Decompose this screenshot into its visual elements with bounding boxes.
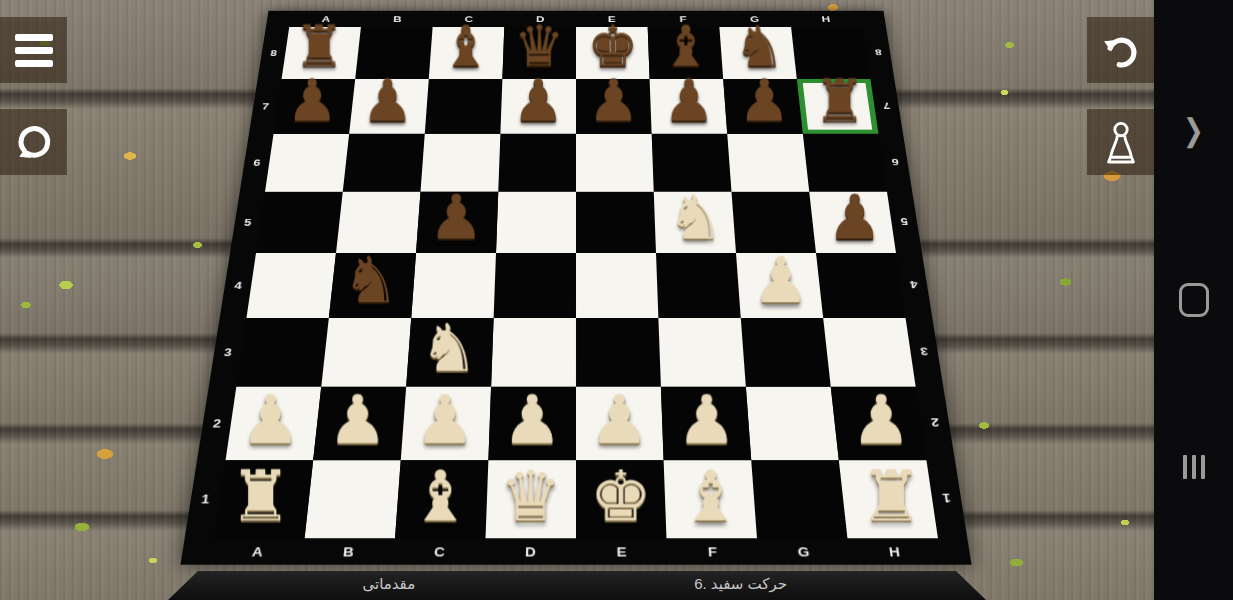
frame-corner: [180, 538, 214, 564]
square-d1[interactable]: ♛: [486, 460, 576, 538]
file-label: A: [210, 538, 304, 564]
square-h1[interactable]: ♜: [839, 460, 938, 538]
undo-button[interactable]: [1087, 17, 1154, 83]
square-d2[interactable]: ♟: [488, 387, 576, 460]
file-label: E: [576, 538, 667, 564]
black-pawn-d7: ♟: [512, 71, 564, 129]
undo-icon: [1099, 28, 1143, 72]
square-b5[interactable]: [336, 192, 421, 253]
white-king-e1: ♚: [590, 462, 653, 532]
square-g5[interactable]: [731, 192, 816, 253]
frame-corner: [860, 11, 886, 27]
black-pawn-g7: ♟: [738, 71, 790, 129]
home-icon[interactable]: [1154, 282, 1233, 318]
restart-icon: [12, 120, 56, 164]
square-e1[interactable]: ♚: [576, 460, 666, 538]
square-c3[interactable]: ♞: [406, 318, 493, 387]
square-f1[interactable]: ♝: [664, 460, 757, 538]
square-g6[interactable]: [727, 134, 809, 192]
square-d3[interactable]: [491, 318, 576, 387]
square-c1[interactable]: ♝: [395, 460, 488, 538]
black-pawn-e7: ♟: [587, 71, 639, 129]
square-b3[interactable]: [321, 318, 411, 387]
square-e2[interactable]: ♟: [576, 387, 664, 460]
frame-corner: [938, 538, 972, 564]
black-pawn-f7: ♟: [663, 71, 715, 129]
white-bishop-c1: ♝: [410, 462, 473, 532]
chess-board: ABCDEFGH8♜♝♛♚♝♞87♟♟♟♟♟♟♜7665♟♞♟54♞♟43♞32…: [180, 11, 971, 565]
square-g3[interactable]: [741, 318, 831, 387]
black-pawn-c5: ♟: [429, 187, 484, 249]
square-b6[interactable]: [343, 134, 425, 192]
player-button[interactable]: [1087, 109, 1154, 175]
white-pawn-a2: ♟: [240, 386, 301, 454]
square-c8[interactable]: ♝: [429, 27, 505, 79]
white-pawn-f2: ♟: [677, 386, 738, 454]
square-d7[interactable]: ♟: [500, 79, 576, 134]
android-nav-bar: ❯: [1154, 0, 1233, 600]
square-h3[interactable]: [823, 318, 916, 387]
file-label: D: [485, 538, 576, 564]
white-bishop-f1: ♝: [680, 462, 743, 532]
square-h7[interactable]: ♜: [797, 79, 879, 134]
square-d5[interactable]: [496, 192, 576, 253]
square-h5[interactable]: ♟: [809, 192, 896, 253]
square-h2[interactable]: ♟: [831, 387, 927, 460]
white-knight-f5: ♞: [668, 187, 723, 249]
file-label: H: [847, 538, 941, 564]
status-bar: مقدماتی 6. حرکت سفید: [168, 571, 986, 600]
rank-label: 5: [230, 192, 265, 253]
square-g4[interactable]: ♟: [736, 253, 823, 318]
square-h4[interactable]: [816, 253, 906, 318]
square-e7[interactable]: ♟: [576, 79, 652, 134]
square-g2[interactable]: [746, 387, 839, 460]
square-b1[interactable]: [305, 460, 401, 538]
black-pawn-h5: ♟: [827, 187, 882, 249]
square-a3[interactable]: [236, 318, 329, 387]
white-pawn-b2: ♟: [328, 386, 389, 454]
square-g7[interactable]: ♟: [723, 79, 803, 134]
square-c7[interactable]: [425, 79, 503, 134]
square-g1[interactable]: [751, 460, 847, 538]
file-label: B: [302, 538, 395, 564]
square-b7[interactable]: ♟: [349, 79, 429, 134]
square-b4[interactable]: ♞: [329, 253, 416, 318]
frame-corner: [266, 11, 292, 27]
square-e3[interactable]: [576, 318, 661, 387]
file-label: C: [393, 538, 485, 564]
square-f7[interactable]: ♟: [650, 79, 728, 134]
white-knight-c3: ♞: [420, 316, 479, 382]
square-a6[interactable]: [265, 134, 349, 192]
black-pawn-a7: ♟: [286, 71, 338, 129]
square-b2[interactable]: ♟: [313, 387, 406, 460]
square-e4[interactable]: [576, 253, 658, 318]
rank-label: 2: [916, 387, 955, 460]
level-label: مقدماتی: [362, 575, 415, 593]
rank-label: 5: [887, 192, 922, 253]
square-a4[interactable]: [246, 253, 336, 318]
square-c5[interactable]: ♟: [416, 192, 498, 253]
recents-icon[interactable]: [1154, 452, 1233, 482]
white-rook-a1: ♜: [229, 462, 292, 532]
file-label: G: [757, 538, 850, 564]
black-pawn-b7: ♟: [361, 71, 413, 129]
square-a1[interactable]: ♜: [214, 460, 313, 538]
chess-board-scene: ABCDEFGH8♜♝♛♚♝♞87♟♟♟♟♟♟♜7665♟♞♟54♞♟43♞32…: [180, 11, 971, 565]
black-rook-h7: ♜: [814, 71, 866, 129]
square-d4[interactable]: [494, 253, 576, 318]
black-knight-b4: ♞: [342, 249, 399, 313]
square-f5[interactable]: ♞: [654, 192, 736, 253]
white-pawn-g4: ♟: [753, 249, 810, 313]
restart-button[interactable]: [0, 109, 67, 175]
square-a5[interactable]: [256, 192, 343, 253]
white-pawn-h2: ♟: [851, 386, 912, 454]
pawn-icon: [1100, 119, 1142, 165]
square-f4[interactable]: [656, 253, 741, 318]
white-pawn-d2: ♟: [502, 386, 563, 454]
square-a7[interactable]: ♟: [274, 79, 356, 134]
white-queen-d1: ♛: [500, 462, 563, 532]
square-e5[interactable]: [576, 192, 656, 253]
square-f3[interactable]: [658, 318, 745, 387]
hamburger-icon: [15, 34, 53, 67]
black-bishop-c8: ♝: [440, 18, 491, 75]
white-pawn-e2: ♟: [589, 386, 650, 454]
rank-label: 1: [926, 460, 967, 538]
rank-label: 7: [870, 79, 903, 134]
square-c2[interactable]: ♟: [401, 387, 491, 460]
menu-button[interactable]: [0, 17, 67, 83]
square-f2[interactable]: ♟: [661, 387, 751, 460]
square-a2[interactable]: ♟: [226, 387, 322, 460]
square-e6[interactable]: [576, 134, 654, 192]
move-status-label: 6. حرکت سفید: [694, 575, 787, 593]
white-rook-h1: ♜: [860, 462, 923, 532]
file-label: B: [361, 11, 434, 27]
square-d6[interactable]: [498, 134, 576, 192]
white-pawn-c2: ♟: [415, 386, 476, 454]
file-label: F: [666, 538, 758, 564]
back-chevron-icon[interactable]: ❯: [1154, 93, 1233, 168]
square-c4[interactable]: [411, 253, 496, 318]
file-label: H: [789, 11, 862, 27]
